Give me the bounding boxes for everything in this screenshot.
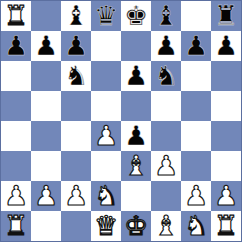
piece-black-pawn-c7: ♟ [64, 32, 88, 59]
square-d3[interactable] [91, 151, 121, 181]
piece-black-knight-f6: ♞ [154, 62, 178, 89]
square-f3[interactable]: ♟ [151, 151, 181, 181]
square-h6[interactable] [211, 61, 241, 91]
square-c8[interactable]: ♝ [61, 1, 91, 31]
square-e6[interactable]: ♟ [121, 61, 151, 91]
piece-white-queen-d1: ♛ [94, 212, 118, 239]
square-d8[interactable]: ♛ [91, 1, 121, 31]
chess-board: ♜♝♛♚♝♜♟♟♟♟♟♟♞♟♞♟♟♝♟♟♟♟♞♟♟♜♛♚♝♞♜ [0, 0, 242, 242]
piece-black-bishop-f8: ♝ [154, 2, 178, 29]
square-e8[interactable]: ♚ [121, 1, 151, 31]
square-b5[interactable] [31, 91, 61, 121]
piece-black-pawn-a7: ♟ [4, 32, 28, 59]
square-a1[interactable]: ♜ [1, 211, 31, 241]
square-c2[interactable]: ♟ [61, 181, 91, 211]
piece-white-pawn-g2: ♟ [184, 182, 208, 209]
piece-black-pawn-f7: ♟ [154, 32, 178, 59]
square-b2[interactable]: ♟ [31, 181, 61, 211]
square-e5[interactable] [121, 91, 151, 121]
square-g6[interactable] [181, 61, 211, 91]
piece-black-knight-c6: ♞ [64, 62, 88, 89]
piece-white-rook-h1: ♜ [214, 212, 238, 239]
square-a5[interactable] [1, 91, 31, 121]
square-h7[interactable]: ♟ [211, 31, 241, 61]
square-a4[interactable] [1, 121, 31, 151]
square-e7[interactable] [121, 31, 151, 61]
square-g3[interactable] [181, 151, 211, 181]
piece-black-queen-d8: ♛ [94, 2, 118, 29]
square-f8[interactable]: ♝ [151, 1, 181, 31]
square-d2[interactable]: ♞ [91, 181, 121, 211]
square-c7[interactable]: ♟ [61, 31, 91, 61]
square-g2[interactable]: ♟ [181, 181, 211, 211]
square-c1[interactable] [61, 211, 91, 241]
square-b8[interactable] [31, 1, 61, 31]
square-g8[interactable] [181, 1, 211, 31]
piece-black-pawn-h7: ♟ [214, 32, 238, 59]
piece-white-pawn-d4: ♟ [94, 122, 118, 149]
piece-white-knight-g1: ♞ [184, 212, 208, 239]
piece-white-rook-a8: ♜ [4, 2, 28, 29]
square-a6[interactable] [1, 61, 31, 91]
square-h4[interactable] [211, 121, 241, 151]
square-e2[interactable] [121, 181, 151, 211]
square-a2[interactable]: ♟ [1, 181, 31, 211]
square-g4[interactable] [181, 121, 211, 151]
piece-white-king-e1: ♚ [124, 212, 148, 239]
piece-black-pawn-e6: ♟ [124, 62, 148, 89]
piece-white-knight-d2: ♞ [94, 182, 118, 209]
square-d4[interactable]: ♟ [91, 121, 121, 151]
square-c4[interactable] [61, 121, 91, 151]
square-a3[interactable] [1, 151, 31, 181]
piece-white-pawn-a2: ♟ [4, 182, 28, 209]
piece-white-pawn-c2: ♟ [64, 182, 88, 209]
square-d7[interactable] [91, 31, 121, 61]
square-h2[interactable]: ♟ [211, 181, 241, 211]
square-c6[interactable]: ♞ [61, 61, 91, 91]
square-b6[interactable] [31, 61, 61, 91]
square-f4[interactable] [151, 121, 181, 151]
square-f6[interactable]: ♞ [151, 61, 181, 91]
square-a8[interactable]: ♜ [1, 1, 31, 31]
piece-white-rook-a1: ♜ [4, 212, 28, 239]
square-g1[interactable]: ♞ [181, 211, 211, 241]
piece-black-bishop-c8: ♝ [64, 2, 88, 29]
square-b3[interactable] [31, 151, 61, 181]
square-h5[interactable] [211, 91, 241, 121]
square-d1[interactable]: ♛ [91, 211, 121, 241]
square-b4[interactable] [31, 121, 61, 151]
square-c5[interactable] [61, 91, 91, 121]
square-f2[interactable] [151, 181, 181, 211]
square-e1[interactable]: ♚ [121, 211, 151, 241]
square-c3[interactable] [61, 151, 91, 181]
square-e4[interactable]: ♟ [121, 121, 151, 151]
piece-white-bishop-e3: ♝ [124, 152, 148, 179]
piece-black-pawn-g7: ♟ [184, 32, 208, 59]
piece-black-king-e8: ♚ [124, 2, 148, 29]
piece-white-pawn-f3: ♟ [154, 152, 178, 179]
square-f7[interactable]: ♟ [151, 31, 181, 61]
piece-white-pawn-b2: ♟ [34, 182, 58, 209]
square-e3[interactable]: ♝ [121, 151, 151, 181]
piece-black-pawn-e4: ♟ [124, 122, 148, 149]
square-a7[interactable]: ♟ [1, 31, 31, 61]
square-h3[interactable] [211, 151, 241, 181]
square-f5[interactable] [151, 91, 181, 121]
piece-white-pawn-h2: ♟ [214, 182, 238, 209]
piece-white-bishop-f1: ♝ [154, 212, 178, 239]
square-b1[interactable] [31, 211, 61, 241]
square-g5[interactable] [181, 91, 211, 121]
square-h8[interactable]: ♜ [211, 1, 241, 31]
square-g7[interactable]: ♟ [181, 31, 211, 61]
square-h1[interactable]: ♜ [211, 211, 241, 241]
piece-black-pawn-b7: ♟ [34, 32, 58, 59]
piece-black-rook-h8: ♜ [214, 2, 238, 29]
square-d5[interactable] [91, 91, 121, 121]
square-d6[interactable] [91, 61, 121, 91]
square-f1[interactable]: ♝ [151, 211, 181, 241]
square-b7[interactable]: ♟ [31, 31, 61, 61]
